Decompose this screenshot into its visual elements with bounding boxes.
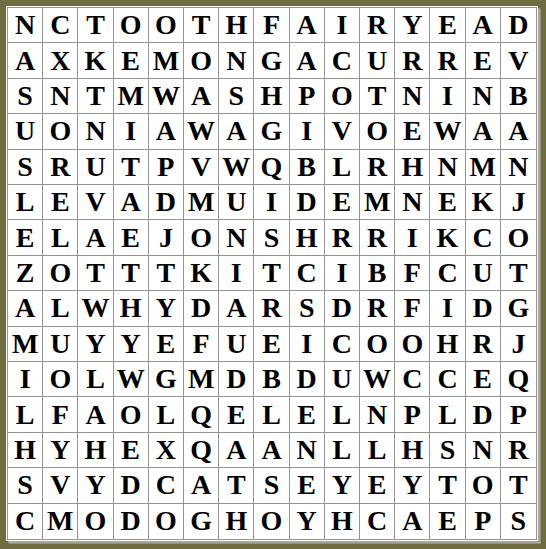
letter-grid: NCTOOTHFAIRYEADAXKEMONGACURREVSNTMWASHPO… [7,7,537,540]
grid-cell[interactable]: I [325,256,360,291]
grid-cell[interactable]: F [395,256,430,291]
grid-cell[interactable]: Y [395,8,430,43]
grid-cell[interactable]: L [325,397,360,432]
grid-cell[interactable]: K [184,256,219,291]
grid-cell[interactable]: K [430,220,465,255]
grid-cell[interactable]: I [395,220,430,255]
grid-cell[interactable]: A [149,114,184,149]
grid-cell[interactable]: E [430,8,465,43]
grid-cell[interactable]: T [360,79,395,114]
grid-cell[interactable]: M [184,185,219,220]
grid-cell[interactable]: E [254,327,289,362]
grid-cell[interactable]: D [325,291,360,326]
grid-cell[interactable]: J [501,327,536,362]
grid-cell[interactable]: H [78,433,113,468]
grid-cell[interactable]: L [43,291,78,326]
grid-cell[interactable]: B [501,79,536,114]
grid-cell[interactable]: S [8,79,43,114]
grid-cell[interactable]: T [149,256,184,291]
grid-cell[interactable]: L [78,362,113,397]
grid-cell[interactable]: H [290,220,325,255]
grid-cell[interactable]: Y [149,291,184,326]
grid-cell[interactable]: N [290,433,325,468]
grid-cell[interactable]: L [430,397,465,432]
grid-cell[interactable]: O [114,397,149,432]
grid-cell[interactable]: S [8,468,43,503]
grid-cell[interactable]: N [219,43,254,78]
grid-cell[interactable]: C [360,504,395,539]
grid-cell[interactable]: D [290,185,325,220]
grid-cell[interactable]: T [219,468,254,503]
grid-cell[interactable]: L [360,433,395,468]
grid-cell[interactable]: S [219,79,254,114]
grid-cell[interactable]: K [78,43,113,78]
grid-cell[interactable]: S [501,504,536,539]
grid-cell[interactable]: T [254,256,289,291]
grid-cell[interactable]: D [290,362,325,397]
grid-cell[interactable]: O [466,468,501,503]
grid-cell[interactable]: R [466,327,501,362]
grid-cell[interactable]: O [325,79,360,114]
grid-cell[interactable]: O [43,362,78,397]
grid-cell[interactable]: U [8,114,43,149]
grid-cell[interactable]: O [43,114,78,149]
grid-cell[interactable]: G [501,291,536,326]
grid-cell[interactable]: O [501,220,536,255]
grid-cell[interactable]: M [466,150,501,185]
grid-cell[interactable]: E [430,185,465,220]
grid-cell[interactable]: E [430,504,465,539]
grid-cell[interactable]: S [8,150,43,185]
grid-cell[interactable]: N [78,114,113,149]
grid-cell[interactable]: B [254,362,289,397]
grid-cell[interactable]: F [43,397,78,432]
grid-cell[interactable]: D [114,504,149,539]
grid-cell[interactable]: X [149,433,184,468]
grid-cell[interactable]: N [43,79,78,114]
grid-cell[interactable]: A [395,504,430,539]
grid-cell[interactable]: N [466,79,501,114]
grid-cell[interactable]: F [184,327,219,362]
grid-cell[interactable]: H [219,504,254,539]
grid-cell[interactable]: P [395,397,430,432]
grid-cell[interactable]: C [395,362,430,397]
grid-cell[interactable]: U [219,185,254,220]
grid-cell[interactable]: W [78,291,113,326]
grid-cell[interactable]: A [466,114,501,149]
grid-cell[interactable]: N [430,150,465,185]
grid-cell[interactable]: E [114,220,149,255]
grid-cell[interactable]: W [430,114,465,149]
grid-cell[interactable]: Y [114,327,149,362]
grid-cell[interactable]: A [219,291,254,326]
grid-cell[interactable]: R [325,220,360,255]
grid-cell[interactable]: T [501,256,536,291]
grid-cell[interactable]: V [78,185,113,220]
grid-cell[interactable]: Z [8,256,43,291]
grid-cell[interactable]: R [360,150,395,185]
grid-cell[interactable]: A [466,8,501,43]
grid-cell[interactable]: P [501,397,536,432]
grid-cell[interactable]: E [395,114,430,149]
grid-cell[interactable]: Q [184,397,219,432]
grid-cell[interactable]: T [78,8,113,43]
grid-cell[interactable]: R [430,43,465,78]
grid-cell[interactable]: E [290,397,325,432]
grid-cell[interactable]: A [290,43,325,78]
grid-cell[interactable]: W [360,362,395,397]
grid-cell[interactable]: H [254,79,289,114]
grid-cell[interactable]: Q [184,433,219,468]
grid-cell[interactable]: C [43,8,78,43]
grid-cell[interactable]: L [43,220,78,255]
grid-cell[interactable]: L [325,433,360,468]
grid-cell[interactable]: Y [290,504,325,539]
grid-cell[interactable]: A [184,468,219,503]
grid-cell[interactable]: M [360,185,395,220]
grid-cell[interactable]: E [149,327,184,362]
grid-cell[interactable]: S [290,291,325,326]
grid-cell[interactable]: T [114,150,149,185]
grid-cell[interactable]: R [501,433,536,468]
grid-cell[interactable]: O [114,8,149,43]
grid-cell[interactable]: E [360,468,395,503]
grid-cell[interactable]: I [290,327,325,362]
grid-cell[interactable]: I [290,114,325,149]
grid-cell[interactable]: G [184,504,219,539]
grid-cell[interactable]: R [43,150,78,185]
grid-cell[interactable]: R [360,8,395,43]
grid-cell[interactable]: N [395,79,430,114]
grid-cell[interactable]: L [325,150,360,185]
grid-cell[interactable]: Y [395,468,430,503]
grid-cell[interactable]: H [8,433,43,468]
grid-cell[interactable]: N [501,150,536,185]
grid-cell[interactable]: S [430,433,465,468]
puzzle-panel: NCTOOTHFAIRYEADAXKEMONGACURREVSNTMWASHPO… [6,6,538,541]
grid-cell[interactable]: F [395,291,430,326]
grid-cell[interactable]: H [219,8,254,43]
grid-cell[interactable]: E [466,43,501,78]
grid-cell[interactable]: O [360,327,395,362]
grid-cell[interactable]: C [430,256,465,291]
grid-cell[interactable]: W [149,79,184,114]
grid-cell[interactable]: I [114,114,149,149]
grid-cell[interactable]: U [43,327,78,362]
grid-cell[interactable]: W [114,362,149,397]
grid-cell[interactable]: O [149,8,184,43]
grid-cell[interactable]: U [219,327,254,362]
grid-cell[interactable]: V [325,114,360,149]
grid-cell[interactable]: Y [325,468,360,503]
grid-cell[interactable]: H [395,433,430,468]
grid-cell[interactable]: O [254,504,289,539]
grid-cell[interactable]: I [219,256,254,291]
grid-cell[interactable]: T [184,8,219,43]
grid-cell[interactable]: C [325,327,360,362]
grid-cell[interactable]: E [290,468,325,503]
grid-cell[interactable]: I [430,291,465,326]
grid-cell[interactable]: U [325,362,360,397]
grid-cell[interactable]: R [360,291,395,326]
grid-cell[interactable]: O [43,256,78,291]
grid-cell[interactable]: A [254,433,289,468]
grid-cell[interactable]: W [184,114,219,149]
grid-cell[interactable]: O [78,504,113,539]
grid-cell[interactable]: N [219,220,254,255]
grid-cell[interactable]: D [466,291,501,326]
grid-cell[interactable]: S [254,468,289,503]
grid-cell[interactable]: C [290,256,325,291]
grid-cell[interactable]: I [325,8,360,43]
grid-cell[interactable]: A [184,79,219,114]
grid-cell[interactable]: D [149,185,184,220]
grid-cell[interactable]: Q [254,150,289,185]
grid-cell[interactable]: O [184,43,219,78]
grid-cell[interactable]: M [8,327,43,362]
grid-cell[interactable]: P [149,150,184,185]
grid-cell[interactable]: O [360,114,395,149]
grid-cell[interactable]: G [149,362,184,397]
grid-cell[interactable]: E [219,397,254,432]
grid-cell[interactable]: E [43,185,78,220]
grid-cell[interactable]: C [466,220,501,255]
grid-cell[interactable]: J [501,185,536,220]
grid-cell[interactable]: N [360,397,395,432]
grid-cell[interactable]: L [149,397,184,432]
grid-cell[interactable]: M [149,43,184,78]
grid-cell[interactable]: V [501,43,536,78]
grid-cell[interactable]: A [114,185,149,220]
grid-cell[interactable]: R [254,291,289,326]
grid-cell[interactable]: T [78,79,113,114]
grid-cell[interactable]: I [254,185,289,220]
grid-cell[interactable]: E [325,185,360,220]
grid-cell[interactable]: O [184,220,219,255]
puzzle-frame: NCTOOTHFAIRYEADAXKEMONGACURREVSNTMWASHPO… [0,0,546,549]
grid-cell[interactable]: C [430,362,465,397]
grid-cell[interactable]: W [219,150,254,185]
grid-cell[interactable]: B [360,256,395,291]
grid-cell[interactable]: A [219,433,254,468]
grid-cell[interactable]: U [466,256,501,291]
grid-cell[interactable]: V [43,468,78,503]
grid-cell[interactable]: I [8,362,43,397]
grid-cell[interactable]: D [219,362,254,397]
grid-cell[interactable]: A [78,397,113,432]
grid-cell[interactable]: U [360,43,395,78]
grid-cell[interactable]: E [114,43,149,78]
grid-cell[interactable]: O [395,327,430,362]
grid-cell[interactable]: Y [78,327,113,362]
grid-cell[interactable]: P [466,504,501,539]
grid-cell[interactable]: N [395,185,430,220]
grid-cell[interactable]: N [8,8,43,43]
grid-cell[interactable]: M [184,362,219,397]
grid-cell[interactable]: L [254,397,289,432]
grid-cell[interactable]: N [466,433,501,468]
grid-cell[interactable]: Y [78,468,113,503]
grid-cell[interactable]: Y [43,433,78,468]
grid-cell[interactable]: T [501,468,536,503]
grid-cell[interactable]: E [466,362,501,397]
grid-cell[interactable]: H [114,291,149,326]
grid-cell[interactable]: X [43,43,78,78]
grid-cell[interactable]: O [149,504,184,539]
grid-cell[interactable]: Q [501,362,536,397]
grid-cell[interactable]: A [8,43,43,78]
grid-cell[interactable]: D [184,291,219,326]
grid-cell[interactable]: R [395,43,430,78]
grid-cell[interactable]: M [114,79,149,114]
grid-cell[interactable]: C [325,43,360,78]
grid-cell[interactable]: R [360,220,395,255]
grid-cell[interactable]: H [395,150,430,185]
grid-cell[interactable]: T [114,256,149,291]
grid-cell[interactable]: V [184,150,219,185]
grid-cell[interactable]: A [290,8,325,43]
grid-cell[interactable]: C [149,468,184,503]
grid-cell[interactable]: U [78,150,113,185]
grid-cell[interactable]: M [43,504,78,539]
grid-cell[interactable]: H [430,327,465,362]
grid-cell[interactable]: E [114,433,149,468]
grid-cell[interactable]: G [254,43,289,78]
grid-cell[interactable]: A [8,291,43,326]
grid-cell[interactable]: E [8,220,43,255]
grid-cell[interactable]: C [8,504,43,539]
grid-cell[interactable]: H [325,504,360,539]
grid-cell[interactable]: L [8,185,43,220]
grid-cell[interactable]: A [78,220,113,255]
grid-cell[interactable]: D [466,397,501,432]
grid-cell[interactable]: D [501,8,536,43]
grid-cell[interactable]: A [219,114,254,149]
grid-cell[interactable]: D [114,468,149,503]
grid-cell[interactable]: T [430,468,465,503]
grid-cell[interactable]: F [254,8,289,43]
grid-cell[interactable]: A [501,114,536,149]
grid-cell[interactable]: T [78,256,113,291]
grid-cell[interactable]: I [430,79,465,114]
grid-cell[interactable]: G [254,114,289,149]
grid-cell[interactable]: S [254,220,289,255]
grid-cell[interactable]: P [290,79,325,114]
grid-cell[interactable]: K [466,185,501,220]
grid-cell[interactable]: L [8,397,43,432]
grid-cell[interactable]: J [149,220,184,255]
grid-cell[interactable]: B [290,150,325,185]
